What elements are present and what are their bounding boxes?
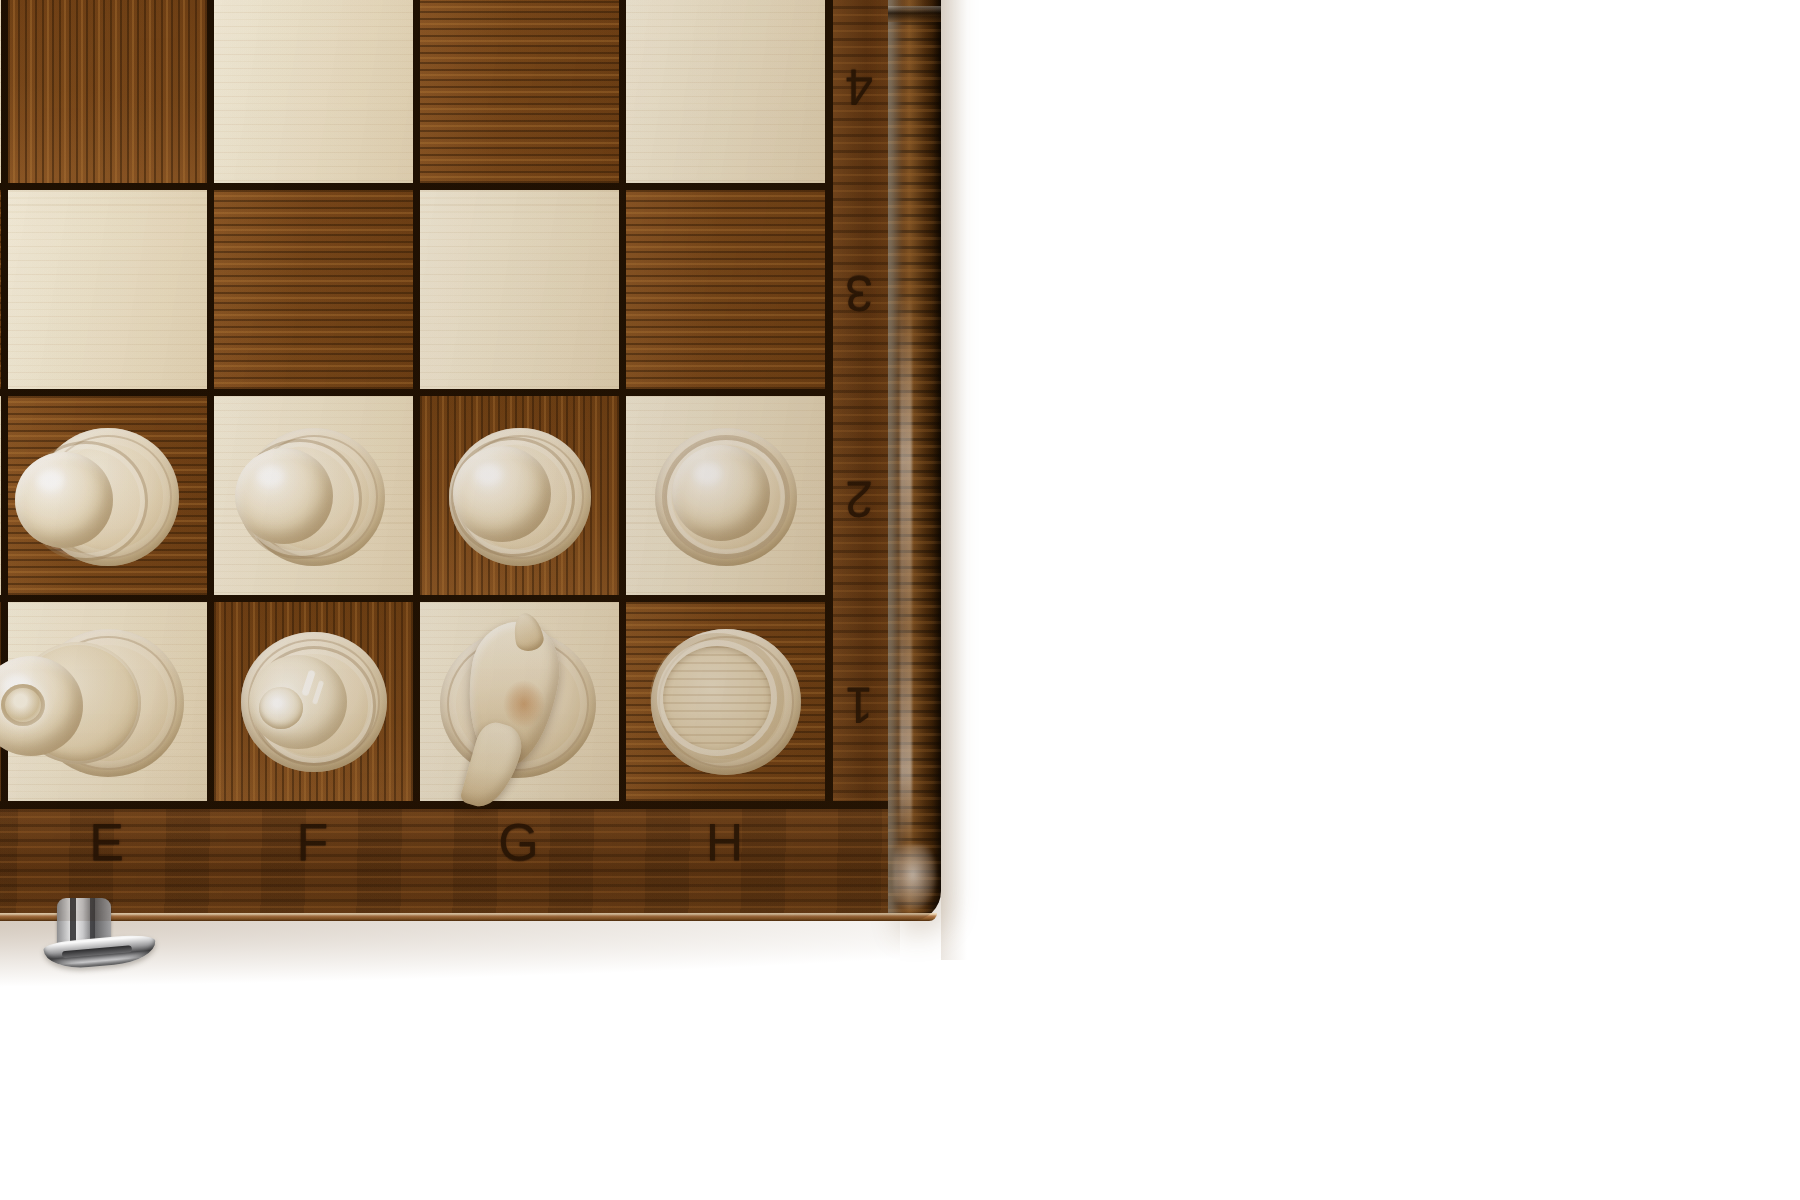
piece-white-pawn-h2[interactable]: ♙ — [626, 396, 825, 595]
square-f4[interactable] — [214, 0, 413, 183]
square-h1[interactable]: ♖ — [626, 602, 825, 801]
piece-white-king-e1[interactable]: ♔ — [8, 602, 207, 801]
piece-layer-balll — [235, 448, 333, 544]
cast-shadow-bottom — [0, 919, 900, 1011]
square-g3[interactable] — [420, 190, 619, 389]
piece-white-pawn-e2[interactable]: ♙ — [8, 396, 207, 595]
square-e3[interactable] — [8, 190, 207, 389]
square-g1[interactable]: ♘ — [420, 602, 619, 801]
piece-layer-n-blotch — [503, 680, 545, 728]
board-side-edge-right — [888, 0, 941, 921]
square-g2[interactable]: ♙ — [420, 396, 619, 595]
photo-scene: ♙♙♙♙♔♗♘♖ E F G H 4 3 2 1 — [0, 0, 1800, 1200]
square-d2[interactable] — [0, 396, 1, 595]
square-g4[interactable] — [420, 0, 619, 183]
square-h3[interactable] — [626, 190, 825, 389]
piece-layer-b-tip — [259, 687, 303, 729]
piece-layer-balll — [453, 446, 551, 542]
board-frame-bottom-rail — [0, 801, 888, 921]
square-d3[interactable] — [0, 190, 1, 389]
piece-white-bishop-f1[interactable]: ♗ — [214, 602, 413, 801]
play-grid: ♙♙♙♙♔♗♘♖ — [0, 0, 825, 801]
square-e4[interactable] — [8, 0, 207, 183]
piece-white-pawn-g2[interactable]: ♙ — [420, 396, 619, 595]
square-f2[interactable]: ♙ — [214, 396, 413, 595]
board-side-edge-bottom — [0, 913, 937, 921]
piece-layer-balll — [672, 445, 770, 541]
cast-shadow-right — [941, 0, 967, 960]
square-d4[interactable] — [0, 0, 1, 183]
piece-white-rook-h1[interactable]: ♖ — [626, 602, 825, 801]
corner-gloss-highlight — [893, 845, 937, 911]
piece-layer-r-top — [663, 646, 771, 750]
square-f3[interactable] — [214, 190, 413, 389]
piece-layer-k-knob — [1, 684, 45, 726]
piece-white-pawn-f2[interactable]: ♙ — [214, 396, 413, 595]
board-frame-right-rail — [825, 0, 888, 913]
piece-white-knight-g1[interactable]: ♘ — [420, 602, 619, 801]
piece-layer-balll — [15, 452, 113, 548]
square-e1[interactable]: ♔ — [8, 602, 207, 801]
square-f1[interactable]: ♗ — [214, 602, 413, 801]
square-e2[interactable]: ♙ — [8, 396, 207, 595]
square-h2[interactable]: ♙ — [626, 396, 825, 595]
square-h4[interactable] — [626, 0, 825, 183]
